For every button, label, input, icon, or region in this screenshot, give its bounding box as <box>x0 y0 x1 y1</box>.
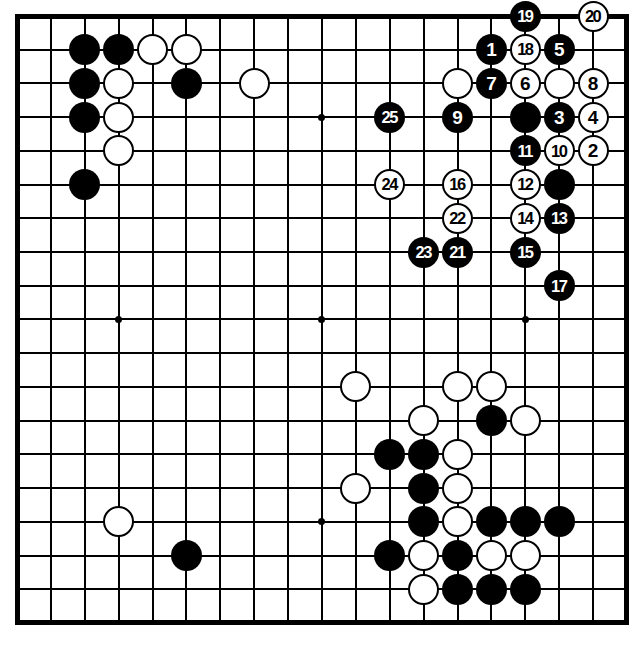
move-number-label: 21 <box>449 243 464 260</box>
move-number-label: 6 <box>520 73 531 92</box>
move-number-label: 16 <box>449 176 464 193</box>
stone-black[interactable] <box>544 506 575 537</box>
stone-white[interactable] <box>340 473 371 504</box>
stone-black-move-21[interactable]: 21 <box>442 237 473 268</box>
stone-black-move-11[interactable]: 11 <box>510 135 541 166</box>
stone-black[interactable] <box>510 506 541 537</box>
move-number-label: 1 <box>486 40 497 59</box>
move-number-label: 13 <box>551 210 566 227</box>
stone-black-move-13[interactable]: 13 <box>544 203 575 234</box>
stone-white[interactable] <box>239 68 270 99</box>
move-number-label: 5 <box>554 40 565 59</box>
star-point <box>522 316 529 323</box>
move-number-label: 11 <box>518 142 532 159</box>
move-number-label: 9 <box>452 107 463 126</box>
stone-black-move-9[interactable]: 9 <box>442 102 473 133</box>
stone-white[interactable] <box>510 540 541 571</box>
move-number-label: 8 <box>588 73 599 92</box>
stone-white-move-10[interactable]: 10 <box>544 135 575 166</box>
stone-white-move-4[interactable]: 4 <box>578 102 609 133</box>
move-number-label: 25 <box>382 108 397 125</box>
stone-black[interactable] <box>510 574 541 605</box>
stone-black[interactable] <box>171 540 202 571</box>
stone-white[interactable] <box>442 68 473 99</box>
stone-black[interactable] <box>408 473 439 504</box>
grid-line-horizontal <box>17 352 627 354</box>
stone-white-move-8[interactable]: 8 <box>578 68 609 99</box>
move-number-label: 3 <box>554 107 565 126</box>
move-number-label: 24 <box>382 176 397 193</box>
stone-white[interactable] <box>408 540 439 571</box>
stone-black-move-7[interactable]: 7 <box>476 68 507 99</box>
stone-white[interactable] <box>476 540 507 571</box>
stone-black[interactable] <box>69 68 100 99</box>
stone-black[interactable] <box>476 405 507 436</box>
stone-black-move-5[interactable]: 5 <box>544 34 575 65</box>
stone-black-move-19[interactable]: 19 <box>510 1 541 32</box>
stone-white-move-6[interactable]: 6 <box>510 68 541 99</box>
move-number-label: 7 <box>486 73 497 92</box>
stone-white-move-2[interactable]: 2 <box>578 135 609 166</box>
stone-white[interactable] <box>510 405 541 436</box>
stone-white[interactable] <box>442 473 473 504</box>
stone-white[interactable] <box>103 68 134 99</box>
stone-black[interactable] <box>171 68 202 99</box>
move-number-label: 18 <box>517 41 532 58</box>
stone-white-move-14[interactable]: 14 <box>510 203 541 234</box>
move-number-label: 15 <box>517 243 532 260</box>
stone-black-move-17[interactable]: 17 <box>544 270 575 301</box>
move-number-label: 4 <box>588 107 599 126</box>
stone-black-move-1[interactable]: 1 <box>476 34 507 65</box>
stone-black[interactable] <box>544 169 575 200</box>
stone-black-move-15[interactable]: 15 <box>510 237 541 268</box>
stone-black[interactable] <box>408 439 439 470</box>
stone-black-move-23[interactable]: 23 <box>408 237 439 268</box>
stone-black[interactable] <box>442 574 473 605</box>
stone-white-move-20[interactable]: 20 <box>578 1 609 32</box>
stone-white[interactable] <box>171 34 202 65</box>
stone-white[interactable] <box>103 102 134 133</box>
grid-line-horizontal <box>17 285 627 287</box>
stone-white-move-18[interactable]: 18 <box>510 34 541 65</box>
move-number-label: 20 <box>585 7 600 24</box>
stone-black[interactable] <box>510 102 541 133</box>
grid-line-horizontal <box>17 386 627 388</box>
stone-black[interactable] <box>374 439 405 470</box>
move-number-label: 2 <box>588 141 599 160</box>
stone-black[interactable] <box>442 540 473 571</box>
stone-white-move-16[interactable]: 16 <box>442 169 473 200</box>
stone-black-move-3[interactable]: 3 <box>544 102 575 133</box>
go-board[interactable]: 1920118576825934111022416122214132321151… <box>0 0 640 646</box>
stone-white[interactable] <box>408 574 439 605</box>
grid-line-horizontal <box>17 487 627 489</box>
move-number-label: 10 <box>551 142 566 159</box>
grid-line-horizontal <box>17 453 627 455</box>
stone-white[interactable] <box>442 439 473 470</box>
move-number-label: 23 <box>415 243 430 260</box>
move-number-label: 17 <box>551 277 566 294</box>
move-number-label: 19 <box>517 7 532 24</box>
go-kifu-diagram: 1920118576825934111022416122214132321151… <box>0 0 640 646</box>
stone-white[interactable] <box>544 68 575 99</box>
stone-black-move-25[interactable]: 25 <box>374 102 405 133</box>
move-number-label: 22 <box>449 210 464 227</box>
move-number-label: 14 <box>517 210 532 227</box>
move-number-label: 12 <box>517 176 532 193</box>
stone-white-move-12[interactable]: 12 <box>510 169 541 200</box>
stone-white-move-22[interactable]: 22 <box>442 203 473 234</box>
stone-black[interactable] <box>69 102 100 133</box>
stone-black[interactable] <box>476 574 507 605</box>
